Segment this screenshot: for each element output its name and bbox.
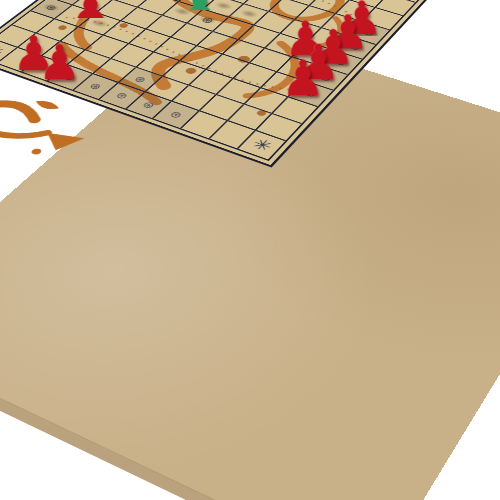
piece-glyph: ♟ (61, 0, 120, 32)
board-grid: ✳⊛⊛♟⊛♟⊛♟⊛✳♟♚⊛♟♟♟♟⊛♟♟♟♟♟⊛♟⊛♟♟♟♟♟⊛♟⊛♟⊛♟♟⊛♟… (0, 0, 430, 161)
piece-glyph: ♟ (170, 0, 229, 29)
board-scene: ✳⊛⊛♟⊛♟⊛♟⊛✳♟♚⊛♟♟♟♟⊛♟♟♟♟♟⊛♟⊛♟♟♟♟♟⊛♟⊛♟⊛♟♟⊛♟… (0, 0, 500, 500)
board-cell[interactable] (182, 112, 228, 139)
piece-glyph: ♟ (271, 54, 335, 103)
piece-glyph: ♟ (28, 39, 91, 87)
kraft-mat: ✳⊛⊛♟⊛♟⊛♟⊛✳♟♚⊛♟♟♟♟⊛♟♟♟♟♟⊛♟⊛♟♟♟♟♟⊛♟⊛♟⊛♟♟⊛♟… (0, 19, 500, 500)
photo-canvas: ✳⊛⊛♟⊛♟⊛♟⊛✳♟♚⊛♟♟♟♟⊛♟♟♟♟♟⊛♟⊛♟♟♟♟♟⊛♟⊛♟⊛♟♟⊛♟… (0, 0, 500, 500)
tafl-board: ✳⊛⊛♟⊛♟⊛♟⊛✳♟♚⊛♟♟♟♟⊛♟♟♟♟♟⊛♟⊛♟♟♟♟♟⊛♟⊛♟⊛♟♟⊛♟… (0, 0, 438, 168)
